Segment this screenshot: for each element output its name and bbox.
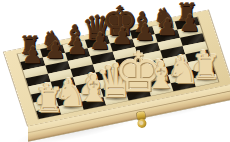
black-pawn: ♟	[157, 16, 178, 39]
black-pawn: ♟	[135, 20, 156, 43]
chess-set-photo: ♜♞♝♛♚♝♞♜♟♟♟♟♟♟♟♟♟♟♟♟♟♟♟♟♜♞♝♛♚♝♞♜	[0, 0, 230, 142]
black-pawn: ♟	[90, 30, 111, 53]
black-pawn: ♟	[67, 34, 88, 57]
black-pawn: ♟	[23, 43, 44, 66]
black-pawn: ♟	[180, 11, 201, 34]
white-rook: ♜	[191, 51, 221, 85]
black-pawn: ♟	[45, 39, 66, 62]
pieces-layer: ♜♞♝♛♚♝♞♜♟♟♟♟♟♟♟♟♟♟♟♟♟♟♟♟♜♞♝♛♚♝♞♜	[0, 0, 230, 142]
